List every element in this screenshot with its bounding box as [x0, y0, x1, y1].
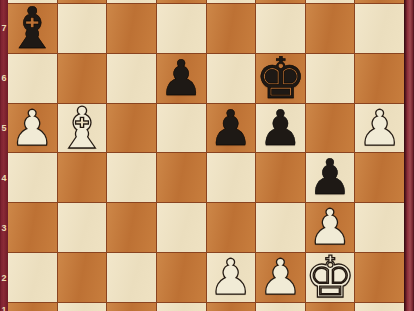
square-a4[interactable] — [8, 153, 57, 202]
chess-board: ♝♟♚♟♝♟♟♟♟♟♟♟♚ — [8, 0, 404, 311]
square-b7[interactable] — [58, 4, 107, 53]
square-d8[interactable] — [157, 0, 206, 3]
rank-label-1-clipped: 1 — [0, 303, 8, 311]
square-a2[interactable] — [8, 253, 57, 302]
piece-white-bishop-b5[interactable]: ♝ — [58, 104, 107, 153]
square-c3[interactable] — [107, 203, 156, 252]
square-d3[interactable] — [157, 203, 206, 252]
square-g2[interactable]: ♚ — [306, 253, 355, 302]
square-b5[interactable]: ♝ — [58, 104, 107, 153]
square-f5[interactable]: ♟ — [256, 104, 305, 153]
square-h8[interactable] — [355, 0, 404, 3]
square-c5[interactable] — [107, 104, 156, 153]
square-g8[interactable] — [306, 0, 355, 3]
square-f8[interactable] — [256, 0, 305, 3]
square-e8[interactable] — [207, 0, 256, 3]
square-h6[interactable] — [355, 54, 404, 103]
square-b4[interactable] — [58, 153, 107, 202]
square-b1[interactable] — [58, 303, 107, 311]
piece-black-pawn-d6[interactable]: ♟ — [157, 54, 206, 103]
square-f2[interactable]: ♟ — [256, 253, 305, 302]
square-h5[interactable]: ♟ — [355, 104, 404, 153]
square-e2[interactable]: ♟ — [207, 253, 256, 302]
piece-white-king-g2[interactable]: ♚ — [306, 253, 355, 302]
rank-label-4: 4 — [0, 153, 8, 202]
piece-white-pawn-e2[interactable]: ♟ — [207, 253, 256, 302]
piece-black-pawn-f5[interactable]: ♟ — [256, 104, 305, 153]
square-b8[interactable] — [58, 0, 107, 3]
square-h2[interactable] — [355, 253, 404, 302]
square-h3[interactable] — [355, 203, 404, 252]
piece-white-pawn-h5[interactable]: ♟ — [355, 104, 404, 153]
square-a3[interactable] — [8, 203, 57, 252]
square-a7[interactable]: ♝ — [8, 4, 57, 53]
frame-right-edge — [404, 0, 414, 311]
rank-label-2: 2 — [0, 253, 8, 302]
rank-label-5: 5 — [0, 104, 8, 153]
square-d2[interactable] — [157, 253, 206, 302]
square-c1[interactable] — [107, 303, 156, 311]
piece-black-king-f6[interactable]: ♚ — [256, 54, 305, 103]
square-f4[interactable] — [256, 153, 305, 202]
square-h7[interactable] — [355, 4, 404, 53]
rank-label-3: 3 — [0, 203, 8, 252]
rank-label-6: 6 — [0, 54, 8, 103]
square-a6[interactable] — [8, 54, 57, 103]
square-b2[interactable] — [58, 253, 107, 302]
square-c7[interactable] — [107, 4, 156, 53]
square-e4[interactable] — [207, 153, 256, 202]
square-g7[interactable] — [306, 4, 355, 53]
square-a5[interactable]: ♟ — [8, 104, 57, 153]
piece-black-bishop-a7[interactable]: ♝ — [8, 4, 57, 53]
square-d6[interactable]: ♟ — [157, 54, 206, 103]
square-d1[interactable] — [157, 303, 206, 311]
square-h4[interactable] — [355, 153, 404, 202]
square-d7[interactable] — [157, 4, 206, 53]
piece-black-pawn-e5[interactable]: ♟ — [207, 104, 256, 153]
chess-diagram: 7654321 ♝♟♚♟♝♟♟♟♟♟♟♟♚ — [0, 0, 414, 311]
square-c4[interactable] — [107, 153, 156, 202]
square-e6[interactable] — [207, 54, 256, 103]
square-h1[interactable] — [355, 303, 404, 311]
square-e5[interactable]: ♟ — [207, 104, 256, 153]
square-e3[interactable] — [207, 203, 256, 252]
piece-black-pawn-g4[interactable]: ♟ — [306, 153, 355, 202]
square-c2[interactable] — [107, 253, 156, 302]
square-f3[interactable] — [256, 203, 305, 252]
square-g6[interactable] — [306, 54, 355, 103]
square-d5[interactable] — [157, 104, 206, 153]
square-b3[interactable] — [58, 203, 107, 252]
piece-white-pawn-f2[interactable]: ♟ — [256, 253, 305, 302]
square-c8[interactable] — [107, 0, 156, 3]
square-g5[interactable] — [306, 104, 355, 153]
square-g4[interactable]: ♟ — [306, 153, 355, 202]
piece-white-pawn-a5[interactable]: ♟ — [8, 104, 57, 153]
square-f6[interactable]: ♚ — [256, 54, 305, 103]
square-d4[interactable] — [157, 153, 206, 202]
square-c6[interactable] — [107, 54, 156, 103]
square-e7[interactable] — [207, 4, 256, 53]
square-a1[interactable] — [8, 303, 57, 311]
